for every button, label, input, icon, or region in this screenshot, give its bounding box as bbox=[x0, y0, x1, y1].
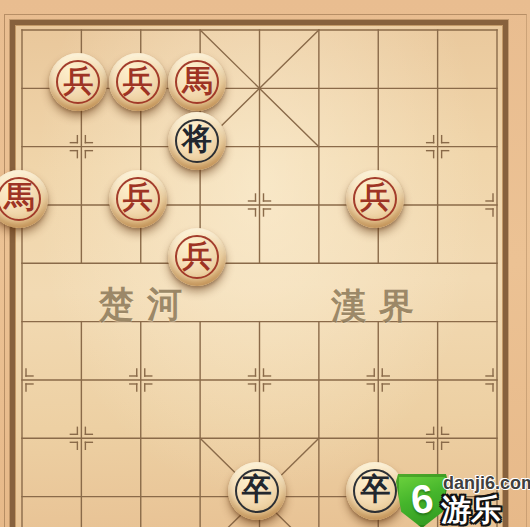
piece-glyph: 将 bbox=[168, 112, 226, 170]
pieces-layer: 兵兵馬将馬兵兵兵卒卒 bbox=[0, 0, 530, 527]
piece-red-soldier[interactable]: 兵 bbox=[346, 170, 404, 228]
piece-glyph: 馬 bbox=[0, 170, 48, 228]
piece-red-soldier[interactable]: 兵 bbox=[109, 53, 167, 111]
piece-glyph: 卒 bbox=[228, 462, 286, 520]
piece-red-horse[interactable]: 馬 bbox=[168, 53, 226, 111]
piece-glyph: 馬 bbox=[168, 53, 226, 111]
danji6-site-name-cn: 游乐网 bbox=[441, 490, 530, 527]
xiangqi-board-screen: 楚河 漢界 兵兵馬将馬兵兵兵卒卒 6 danji6.com 游乐网 bbox=[0, 0, 530, 527]
piece-glyph: 兵 bbox=[168, 228, 226, 286]
piece-black-soldier[interactable]: 卒 bbox=[228, 462, 286, 520]
piece-red-soldier[interactable]: 兵 bbox=[168, 228, 226, 286]
piece-red-horse[interactable]: 馬 bbox=[0, 170, 48, 228]
piece-black-general[interactable]: 将 bbox=[168, 112, 226, 170]
piece-red-soldier[interactable]: 兵 bbox=[109, 170, 167, 228]
piece-red-soldier[interactable]: 兵 bbox=[49, 53, 107, 111]
piece-glyph: 兵 bbox=[346, 170, 404, 228]
watermark-danji6: 6 danji6.com 游乐网 bbox=[393, 470, 530, 527]
piece-glyph: 兵 bbox=[49, 53, 107, 111]
piece-glyph: 兵 bbox=[109, 53, 167, 111]
piece-glyph: 兵 bbox=[109, 170, 167, 228]
